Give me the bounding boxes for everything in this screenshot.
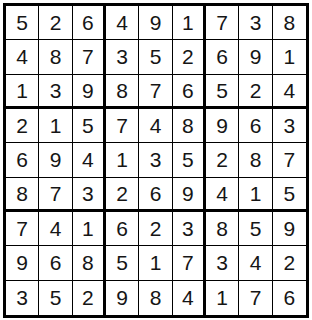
cell-r5c4[interactable]: 1 bbox=[106, 143, 139, 177]
cell-r2c7[interactable]: 6 bbox=[206, 40, 239, 74]
cell-r5c5[interactable]: 3 bbox=[139, 143, 172, 177]
cell-r2c4[interactable]: 3 bbox=[106, 40, 139, 74]
cell-r1c5[interactable]: 9 bbox=[139, 6, 172, 40]
cell-r9c3[interactable]: 2 bbox=[73, 281, 106, 315]
cell-r7c8[interactable]: 5 bbox=[239, 212, 272, 246]
cell-r4c5[interactable]: 4 bbox=[139, 109, 172, 143]
cell-r3c2[interactable]: 3 bbox=[39, 75, 72, 109]
sudoku-page: 5264917384873526911398765242157489636941… bbox=[0, 0, 312, 318]
cell-r9c8[interactable]: 7 bbox=[239, 281, 272, 315]
cell-r9c1[interactable]: 3 bbox=[6, 281, 39, 315]
cell-r2c2[interactable]: 8 bbox=[39, 40, 72, 74]
cell-r7c2[interactable]: 4 bbox=[39, 212, 72, 246]
cell-r6c2[interactable]: 7 bbox=[39, 178, 72, 212]
cell-r4c7[interactable]: 9 bbox=[206, 109, 239, 143]
cell-r4c8[interactable]: 6 bbox=[239, 109, 272, 143]
cell-r7c3[interactable]: 1 bbox=[73, 212, 106, 246]
cell-r2c8[interactable]: 9 bbox=[239, 40, 272, 74]
cell-r8c4[interactable]: 5 bbox=[106, 246, 139, 280]
cell-r6c1[interactable]: 8 bbox=[6, 178, 39, 212]
cell-r3c1[interactable]: 1 bbox=[6, 75, 39, 109]
cell-r8c7[interactable]: 3 bbox=[206, 246, 239, 280]
cell-r3c5[interactable]: 7 bbox=[139, 75, 172, 109]
cell-r9c4[interactable]: 9 bbox=[106, 281, 139, 315]
cell-r1c6[interactable]: 1 bbox=[173, 6, 206, 40]
cell-r8c9[interactable]: 2 bbox=[273, 246, 306, 280]
cell-r7c1[interactable]: 7 bbox=[6, 212, 39, 246]
cell-r1c9[interactable]: 8 bbox=[273, 6, 306, 40]
cell-r1c4[interactable]: 4 bbox=[106, 6, 139, 40]
cell-r4c9[interactable]: 3 bbox=[273, 109, 306, 143]
cell-r6c7[interactable]: 4 bbox=[206, 178, 239, 212]
cell-r1c8[interactable]: 3 bbox=[239, 6, 272, 40]
cell-r5c3[interactable]: 4 bbox=[73, 143, 106, 177]
cell-r2c9[interactable]: 1 bbox=[273, 40, 306, 74]
cell-r3c9[interactable]: 4 bbox=[273, 75, 306, 109]
cell-r7c7[interactable]: 8 bbox=[206, 212, 239, 246]
cell-r6c4[interactable]: 2 bbox=[106, 178, 139, 212]
cell-r3c6[interactable]: 6 bbox=[173, 75, 206, 109]
cell-r3c4[interactable]: 8 bbox=[106, 75, 139, 109]
cell-r5c1[interactable]: 6 bbox=[6, 143, 39, 177]
cell-r8c3[interactable]: 8 bbox=[73, 246, 106, 280]
cell-r7c4[interactable]: 6 bbox=[106, 212, 139, 246]
cell-r2c1[interactable]: 4 bbox=[6, 40, 39, 74]
cell-r1c2[interactable]: 2 bbox=[39, 6, 72, 40]
cell-r2c6[interactable]: 2 bbox=[173, 40, 206, 74]
cell-r9c2[interactable]: 5 bbox=[39, 281, 72, 315]
cell-r9c5[interactable]: 8 bbox=[139, 281, 172, 315]
cell-r8c5[interactable]: 1 bbox=[139, 246, 172, 280]
cell-r8c8[interactable]: 4 bbox=[239, 246, 272, 280]
cell-r6c6[interactable]: 9 bbox=[173, 178, 206, 212]
cell-r6c3[interactable]: 3 bbox=[73, 178, 106, 212]
cell-r5c2[interactable]: 9 bbox=[39, 143, 72, 177]
cell-r5c8[interactable]: 8 bbox=[239, 143, 272, 177]
cell-r6c8[interactable]: 1 bbox=[239, 178, 272, 212]
cell-r4c4[interactable]: 7 bbox=[106, 109, 139, 143]
cell-r8c6[interactable]: 7 bbox=[173, 246, 206, 280]
cell-r1c7[interactable]: 7 bbox=[206, 6, 239, 40]
cell-r3c8[interactable]: 2 bbox=[239, 75, 272, 109]
cell-r9c6[interactable]: 4 bbox=[173, 281, 206, 315]
cell-r1c1[interactable]: 5 bbox=[6, 6, 39, 40]
cell-r3c7[interactable]: 5 bbox=[206, 75, 239, 109]
cell-r4c6[interactable]: 8 bbox=[173, 109, 206, 143]
cell-r8c2[interactable]: 6 bbox=[39, 246, 72, 280]
cell-r2c3[interactable]: 7 bbox=[73, 40, 106, 74]
cell-r7c9[interactable]: 9 bbox=[273, 212, 306, 246]
cell-r5c6[interactable]: 5 bbox=[173, 143, 206, 177]
cell-r5c9[interactable]: 7 bbox=[273, 143, 306, 177]
cell-r3c3[interactable]: 9 bbox=[73, 75, 106, 109]
cell-r6c9[interactable]: 5 bbox=[273, 178, 306, 212]
cell-r2c5[interactable]: 5 bbox=[139, 40, 172, 74]
cell-r7c6[interactable]: 3 bbox=[173, 212, 206, 246]
cell-r4c1[interactable]: 2 bbox=[6, 109, 39, 143]
cell-r9c7[interactable]: 1 bbox=[206, 281, 239, 315]
cell-r4c2[interactable]: 1 bbox=[39, 109, 72, 143]
cell-r5c7[interactable]: 2 bbox=[206, 143, 239, 177]
cell-r7c5[interactable]: 2 bbox=[139, 212, 172, 246]
cell-r4c3[interactable]: 5 bbox=[73, 109, 106, 143]
cell-r6c5[interactable]: 6 bbox=[139, 178, 172, 212]
cell-r9c9[interactable]: 6 bbox=[273, 281, 306, 315]
cell-r8c1[interactable]: 9 bbox=[6, 246, 39, 280]
cell-r1c3[interactable]: 6 bbox=[73, 6, 106, 40]
sudoku-board: 5264917384873526911398765242157489636941… bbox=[3, 3, 309, 318]
